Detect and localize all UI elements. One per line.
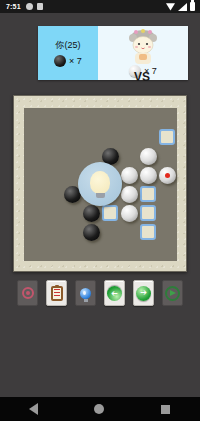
board-cell-2-7[interactable] [63, 242, 81, 260]
board-cell-2-0[interactable] [63, 109, 81, 127]
board-cell-3-0[interactable] [82, 109, 100, 127]
board-cell-4-1[interactable] [101, 128, 119, 146]
board-cell-6-2[interactable] [139, 147, 157, 165]
board-cell-6-0[interactable] [139, 109, 157, 127]
board-cell-1-1[interactable] [44, 128, 62, 146]
board-cell-2-2[interactable] [63, 147, 81, 165]
white-stone [121, 186, 138, 203]
black-stone-icon [54, 55, 66, 67]
board-cell-3-7[interactable] [82, 242, 100, 260]
hint-bulb-overlay [78, 162, 122, 206]
board-cell-7-2[interactable] [158, 147, 176, 165]
board-cell-4-7[interactable] [101, 242, 119, 260]
players-header: 你(25) × 7 [38, 26, 188, 80]
board-cell-3-1[interactable] [82, 128, 100, 146]
board-cell-2-5[interactable] [63, 204, 81, 222]
board-cell-7-3[interactable] [158, 166, 176, 184]
last-move-dot [165, 173, 170, 178]
board-cell-7-4[interactable] [158, 185, 176, 203]
nav-recents-button[interactable] [132, 405, 198, 414]
recents-square-icon [161, 405, 170, 414]
bulb-base [96, 193, 105, 198]
game-board[interactable] [13, 95, 187, 272]
notification-app-icon [37, 3, 43, 10]
white-stone [121, 205, 138, 222]
vs-label: VS [134, 70, 150, 84]
white-stone [121, 167, 138, 184]
board-cell-5-3[interactable] [120, 166, 138, 184]
board-cell-1-6[interactable] [44, 223, 62, 241]
board-cell-5-0[interactable] [120, 109, 138, 127]
white-stone [140, 167, 157, 184]
notification-dot-icon [26, 3, 33, 10]
board-cell-6-3[interactable] [139, 166, 157, 184]
board-cell-1-4[interactable] [44, 185, 62, 203]
board-cell-0-0[interactable] [25, 109, 43, 127]
board-cell-4-0[interactable] [101, 109, 119, 127]
board-cell-5-7[interactable] [120, 242, 138, 260]
hint-square[interactable] [140, 186, 156, 202]
computer-avatar [124, 27, 162, 65]
board-cell-0-7[interactable] [25, 242, 43, 260]
black-stone [83, 224, 100, 241]
play-button[interactable] [162, 280, 183, 306]
white-stone [140, 148, 157, 165]
board-cell-3-5[interactable] [82, 204, 100, 222]
red-target-icon [22, 287, 34, 299]
board-cell-5-6[interactable] [120, 223, 138, 241]
battery-icon [190, 2, 195, 11]
black-stone [83, 205, 100, 222]
nav-home-button[interactable] [66, 404, 132, 414]
hint-square[interactable] [140, 224, 156, 240]
nav-back-button[interactable] [0, 403, 66, 415]
board-cell-1-3[interactable] [44, 166, 62, 184]
board-cell-5-4[interactable] [120, 185, 138, 203]
board-cell-6-1[interactable] [139, 128, 157, 146]
board-cell-4-5[interactable] [101, 204, 119, 222]
board-cell-0-1[interactable] [25, 128, 43, 146]
record-button[interactable] [17, 280, 38, 306]
board-cell-7-0[interactable] [158, 109, 176, 127]
wifi-icon [166, 3, 175, 11]
player-black-panel: 你(25) × 7 [38, 26, 98, 80]
redo-button[interactable] [133, 280, 154, 306]
green-left-arrow-icon [107, 286, 122, 301]
toolbar [0, 280, 200, 306]
board-cell-1-7[interactable] [44, 242, 62, 260]
board-cell-4-6[interactable] [101, 223, 119, 241]
board-cell-7-1[interactable] [158, 128, 176, 146]
hint-square[interactable] [102, 205, 118, 221]
clock: 7:51 [6, 3, 21, 10]
board-cell-6-7[interactable] [139, 242, 157, 260]
board-cell-2-1[interactable] [63, 128, 81, 146]
board-cell-0-6[interactable] [25, 223, 43, 241]
board-cell-7-5[interactable] [158, 204, 176, 222]
board-cell-1-0[interactable] [44, 109, 62, 127]
board-cell-0-4[interactable] [25, 185, 43, 203]
undo-button[interactable] [104, 280, 125, 306]
board-cell-0-2[interactable] [25, 147, 43, 165]
board-cell-5-2[interactable] [120, 147, 138, 165]
home-circle-icon [94, 404, 104, 414]
board-cell-5-1[interactable] [120, 128, 138, 146]
board-cell-6-5[interactable] [139, 204, 157, 222]
board-cell-5-5[interactable] [120, 204, 138, 222]
board-cell-6-4[interactable] [139, 185, 157, 203]
hint-square[interactable] [159, 129, 175, 145]
bulb-icon [90, 171, 110, 194]
board-cell-0-3[interactable] [25, 166, 43, 184]
green-right-arrow-icon [136, 286, 151, 301]
status-bar: 7:51 [0, 0, 200, 13]
board-cell-7-7[interactable] [158, 242, 176, 260]
clipboard-icon [51, 286, 63, 301]
back-triangle-icon [29, 403, 38, 415]
board-cell-2-6[interactable] [63, 223, 81, 241]
board-cell-1-2[interactable] [44, 147, 62, 165]
board-cell-0-5[interactable] [25, 204, 43, 222]
hint-button[interactable] [75, 280, 96, 306]
phone-screen: 7:51 你(25) × 7 [0, 0, 200, 421]
hint-square[interactable] [140, 205, 156, 221]
player-black-name: 你(25) [55, 39, 80, 52]
board-cell-6-6[interactable] [139, 223, 157, 241]
cell-signal-icon [178, 3, 187, 11]
notes-button[interactable] [46, 280, 67, 306]
android-nav-bar [0, 397, 200, 421]
green-play-icon [165, 286, 180, 301]
white-stone [159, 167, 176, 184]
blue-bulb-icon [80, 288, 91, 299]
board-cell-3-6[interactable] [82, 223, 100, 241]
player-black-count: × 7 [69, 56, 82, 66]
board-cell-7-6[interactable] [158, 223, 176, 241]
board-cell-1-5[interactable] [44, 204, 62, 222]
